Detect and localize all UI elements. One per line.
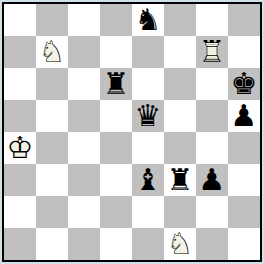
black-king-glyph: ♚: [228, 68, 260, 100]
square-g4[interactable]: [196, 132, 228, 164]
square-d1[interactable]: [100, 228, 132, 260]
square-d3[interactable]: [100, 164, 132, 196]
square-h6[interactable]: ♚: [228, 68, 260, 100]
black-rook-glyph: ♜: [164, 164, 196, 196]
square-d4[interactable]: [100, 132, 132, 164]
square-e6[interactable]: [132, 68, 164, 100]
square-e7[interactable]: [132, 36, 164, 68]
black-bishop-glyph: ♝: [132, 164, 164, 196]
square-e1[interactable]: [132, 228, 164, 260]
white-knight: ♞♘: [36, 36, 68, 68]
square-g2[interactable]: [196, 196, 228, 228]
square-c7[interactable]: [68, 36, 100, 68]
square-a6[interactable]: [4, 68, 36, 100]
square-a1[interactable]: [4, 228, 36, 260]
square-e2[interactable]: [132, 196, 164, 228]
square-f5[interactable]: [164, 100, 196, 132]
square-g8[interactable]: [196, 4, 228, 36]
square-c2[interactable]: [68, 196, 100, 228]
square-c8[interactable]: [68, 4, 100, 36]
black-queen: ♛: [132, 100, 164, 132]
square-f6[interactable]: [164, 68, 196, 100]
square-b7[interactable]: ♞♘: [36, 36, 68, 68]
square-c1[interactable]: [68, 228, 100, 260]
square-f7[interactable]: [164, 36, 196, 68]
white-rook: ♜♖: [196, 36, 228, 68]
square-f1[interactable]: ♞♘: [164, 228, 196, 260]
white-king-glyph: ♔: [4, 132, 36, 164]
black-rook: ♜: [100, 68, 132, 100]
square-a7[interactable]: [4, 36, 36, 68]
square-b2[interactable]: [36, 196, 68, 228]
square-b6[interactable]: [36, 68, 68, 100]
square-h4[interactable]: [228, 132, 260, 164]
white-knight-glyph: ♘: [164, 228, 196, 260]
white-rook-glyph: ♖: [196, 36, 228, 68]
square-g1[interactable]: [196, 228, 228, 260]
square-b4[interactable]: [36, 132, 68, 164]
black-queen-glyph: ♛: [132, 100, 164, 132]
square-b8[interactable]: [36, 4, 68, 36]
square-e4[interactable]: [132, 132, 164, 164]
square-e8[interactable]: ♞: [132, 4, 164, 36]
square-g7[interactable]: ♜♖: [196, 36, 228, 68]
black-knight: ♞: [132, 4, 164, 36]
square-h5[interactable]: ♟: [228, 100, 260, 132]
square-f2[interactable]: [164, 196, 196, 228]
square-b3[interactable]: [36, 164, 68, 196]
square-a2[interactable]: [4, 196, 36, 228]
black-rook: ♜: [164, 164, 196, 196]
square-d2[interactable]: [100, 196, 132, 228]
square-h8[interactable]: [228, 4, 260, 36]
square-b1[interactable]: [36, 228, 68, 260]
square-h1[interactable]: [228, 228, 260, 260]
square-d8[interactable]: [100, 4, 132, 36]
square-g3[interactable]: ♟: [196, 164, 228, 196]
chess-board: ♞♞♘♜♖♜♚♛♟♚♔♝♜♟♞♘: [4, 4, 260, 260]
white-knight-glyph: ♘: [36, 36, 68, 68]
square-b5[interactable]: [36, 100, 68, 132]
square-c5[interactable]: [68, 100, 100, 132]
square-g5[interactable]: [196, 100, 228, 132]
square-h7[interactable]: [228, 36, 260, 68]
black-pawn-glyph: ♟: [196, 164, 228, 196]
white-king: ♚♔: [4, 132, 36, 164]
square-e3[interactable]: ♝: [132, 164, 164, 196]
square-c4[interactable]: [68, 132, 100, 164]
square-h3[interactable]: [228, 164, 260, 196]
square-d5[interactable]: [100, 100, 132, 132]
black-bishop: ♝: [132, 164, 164, 196]
square-a5[interactable]: [4, 100, 36, 132]
black-pawn: ♟: [228, 100, 260, 132]
square-e5[interactable]: ♛: [132, 100, 164, 132]
square-a3[interactable]: [4, 164, 36, 196]
black-rook-glyph: ♜: [100, 68, 132, 100]
square-a8[interactable]: [4, 4, 36, 36]
square-g6[interactable]: [196, 68, 228, 100]
white-knight: ♞♘: [164, 228, 196, 260]
black-knight-glyph: ♞: [132, 4, 164, 36]
board-frame: ♞♞♘♜♖♜♚♛♟♚♔♝♜♟♞♘: [0, 0, 264, 264]
square-f4[interactable]: [164, 132, 196, 164]
square-f8[interactable]: [164, 4, 196, 36]
square-f3[interactable]: ♜: [164, 164, 196, 196]
square-h2[interactable]: [228, 196, 260, 228]
black-pawn-glyph: ♟: [228, 100, 260, 132]
board-border: ♞♞♘♜♖♜♚♛♟♚♔♝♜♟♞♘: [2, 2, 262, 262]
square-c3[interactable]: [68, 164, 100, 196]
square-d7[interactable]: [100, 36, 132, 68]
square-a4[interactable]: ♚♔: [4, 132, 36, 164]
black-pawn: ♟: [196, 164, 228, 196]
black-king: ♚: [228, 68, 260, 100]
square-d6[interactable]: ♜: [100, 68, 132, 100]
square-c6[interactable]: [68, 68, 100, 100]
